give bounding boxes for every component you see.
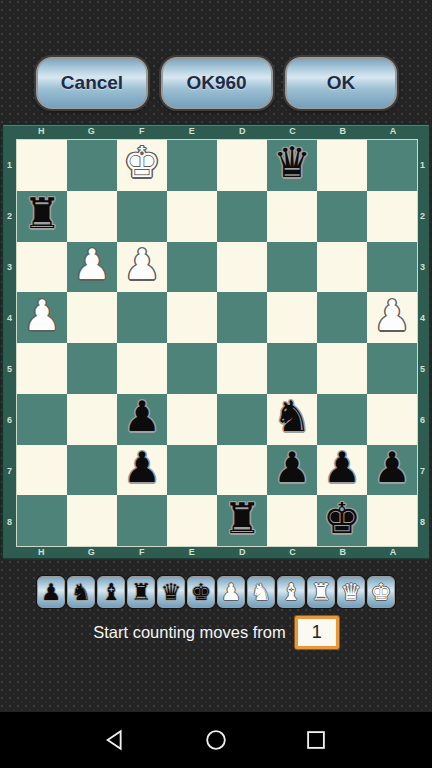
black-bishop-icon: ♝ xyxy=(101,581,122,604)
square-f7[interactable]: ♟ xyxy=(117,445,167,496)
square-c8[interactable] xyxy=(267,495,317,546)
square-e8[interactable] xyxy=(167,495,217,546)
file-label-f: F xyxy=(117,125,167,138)
square-e7[interactable] xyxy=(167,445,217,496)
square-c2[interactable] xyxy=(267,191,317,242)
file-labels-top: HGFEDCBA xyxy=(16,125,418,138)
home-icon[interactable] xyxy=(203,727,229,753)
square-a5[interactable] xyxy=(367,343,417,394)
palette-white-rook-button[interactable]: ♜ xyxy=(307,576,335,608)
rank-label-2: 2 xyxy=(3,190,16,241)
square-e3[interactable] xyxy=(167,242,217,293)
white-pawn-icon: ♟ xyxy=(221,581,242,604)
square-c6[interactable]: ♞ xyxy=(267,394,317,445)
palette-white-bishop-button[interactable]: ♝ xyxy=(277,576,305,608)
square-b2[interactable] xyxy=(317,191,367,242)
piece-white-pawn: ♟ xyxy=(123,244,161,286)
square-g6[interactable] xyxy=(67,394,117,445)
square-c3[interactable] xyxy=(267,242,317,293)
square-e4[interactable] xyxy=(167,292,217,343)
palette-black-bishop-button[interactable]: ♝ xyxy=(97,576,125,608)
palette-white-queen-button[interactable]: ♛ xyxy=(337,576,365,608)
piece-white-pawn: ♟ xyxy=(373,295,411,337)
palette-black-knight-button[interactable]: ♞ xyxy=(67,576,95,608)
square-g5[interactable] xyxy=(67,343,117,394)
square-h1[interactable] xyxy=(17,140,67,191)
file-label-c: C xyxy=(267,125,317,138)
square-b4[interactable] xyxy=(317,292,367,343)
move-counter-label: Start counting moves from xyxy=(93,623,286,642)
piece-black-king: ♚ xyxy=(323,498,361,540)
square-h8[interactable] xyxy=(17,495,67,546)
palette-white-knight-button[interactable]: ♞ xyxy=(247,576,275,608)
square-e1[interactable] xyxy=(167,140,217,191)
file-label-f: F xyxy=(117,546,167,559)
palette-white-pawn-button[interactable]: ♟ xyxy=(217,576,245,608)
square-f6[interactable]: ♟ xyxy=(117,394,167,445)
square-f2[interactable] xyxy=(117,191,167,242)
piece-black-rook: ♜ xyxy=(23,193,61,235)
piece-black-pawn: ♟ xyxy=(123,396,161,438)
palette-black-pawn-button[interactable]: ♟ xyxy=(37,576,65,608)
palette-black-rook-button[interactable]: ♜ xyxy=(127,576,155,608)
square-g3[interactable]: ♟ xyxy=(67,242,117,293)
back-icon[interactable] xyxy=(103,727,129,753)
file-label-c: C xyxy=(267,546,317,559)
square-d1[interactable] xyxy=(217,140,267,191)
square-a4[interactable]: ♟ xyxy=(367,292,417,343)
piece-palette: ♟♞♝♜♛♚♟♞♝♜♛♚ xyxy=(0,576,432,608)
square-g7[interactable] xyxy=(67,445,117,496)
square-g8[interactable] xyxy=(67,495,117,546)
file-label-a: A xyxy=(368,546,418,559)
square-a6[interactable] xyxy=(367,394,417,445)
piece-black-pawn: ♟ xyxy=(323,447,361,489)
palette-white-king-button[interactable]: ♚ xyxy=(367,576,395,608)
square-c5[interactable] xyxy=(267,343,317,394)
rank-label-1: 1 xyxy=(3,139,16,190)
square-b6[interactable] xyxy=(317,394,367,445)
black-knight-icon: ♞ xyxy=(71,581,92,604)
square-a8[interactable] xyxy=(367,495,417,546)
square-b3[interactable] xyxy=(317,242,367,293)
white-queen-icon: ♛ xyxy=(341,581,362,604)
rank-label-3: 3 xyxy=(3,241,16,292)
square-h6[interactable] xyxy=(17,394,67,445)
piece-white-king: ♚ xyxy=(123,142,161,184)
file-label-h: H xyxy=(16,125,66,138)
piece-black-pawn: ♟ xyxy=(123,447,161,489)
file-labels-bottom: HGFEDCBA xyxy=(16,546,418,559)
black-rook-icon: ♜ xyxy=(131,581,152,604)
square-g2[interactable] xyxy=(67,191,117,242)
piece-white-pawn: ♟ xyxy=(73,244,111,286)
square-b1[interactable] xyxy=(317,140,367,191)
square-b8[interactable]: ♚ xyxy=(317,495,367,546)
square-e6[interactable] xyxy=(167,394,217,445)
square-b7[interactable]: ♟ xyxy=(317,445,367,496)
black-king-icon: ♚ xyxy=(191,581,212,604)
file-label-a: A xyxy=(368,125,418,138)
square-h2[interactable]: ♜ xyxy=(17,191,67,242)
cancel-button[interactable]: Cancel xyxy=(36,57,148,109)
move-counter-input[interactable] xyxy=(295,616,339,649)
rank-label-5: 5 xyxy=(3,343,16,394)
square-f5[interactable] xyxy=(117,343,167,394)
black-queen-icon: ♛ xyxy=(161,581,182,604)
piece-black-rook: ♜ xyxy=(223,498,261,540)
square-a3[interactable] xyxy=(367,242,417,293)
board-squares: ♚♛♜♟♟♟♟♟♞♟♟♟♟♜♚ xyxy=(16,139,418,547)
file-label-d: D xyxy=(217,546,267,559)
square-c4[interactable] xyxy=(267,292,317,343)
piece-black-knight: ♞ xyxy=(273,396,311,438)
square-h3[interactable] xyxy=(17,242,67,293)
palette-black-king-button[interactable]: ♚ xyxy=(187,576,215,608)
square-e2[interactable] xyxy=(167,191,217,242)
square-b5[interactable] xyxy=(317,343,367,394)
white-king-icon: ♚ xyxy=(371,581,392,604)
square-f1[interactable]: ♚ xyxy=(117,140,167,191)
square-a2[interactable] xyxy=(367,191,417,242)
rank-labels-left: 12345678 xyxy=(3,139,16,547)
piece-black-queen: ♛ xyxy=(273,142,311,184)
file-label-g: G xyxy=(66,125,116,138)
file-label-e: E xyxy=(167,125,217,138)
square-d5[interactable] xyxy=(217,343,267,394)
piece-black-pawn: ♟ xyxy=(373,447,411,489)
black-pawn-icon: ♟ xyxy=(41,581,62,604)
move-counter-row: Start counting moves from xyxy=(0,614,432,650)
square-d2[interactable] xyxy=(217,191,267,242)
square-c1[interactable]: ♛ xyxy=(267,140,317,191)
white-bishop-icon: ♝ xyxy=(281,581,302,604)
square-d6[interactable] xyxy=(217,394,267,445)
square-h7[interactable] xyxy=(17,445,67,496)
white-knight-icon: ♞ xyxy=(251,581,272,604)
piece-black-pawn: ♟ xyxy=(273,447,311,489)
android-navbar xyxy=(0,712,432,768)
position-editor-screen: Cancel OK960 OK HGFEDCBA HGFEDCBA 123456… xyxy=(0,0,432,768)
rank-label-7: 7 xyxy=(3,445,16,496)
file-label-d: D xyxy=(217,125,267,138)
piece-white-pawn: ♟ xyxy=(23,295,61,337)
rank-label-8: 8 xyxy=(3,496,16,547)
square-f4[interactable] xyxy=(117,292,167,343)
square-d3[interactable] xyxy=(217,242,267,293)
rank-label-6: 6 xyxy=(3,394,16,445)
square-a1[interactable] xyxy=(367,140,417,191)
file-label-b: B xyxy=(318,546,368,559)
square-h5[interactable] xyxy=(17,343,67,394)
square-d4[interactable] xyxy=(217,292,267,343)
white-rook-icon: ♜ xyxy=(311,581,332,604)
square-h4[interactable]: ♟ xyxy=(17,292,67,343)
chess-board: HGFEDCBA HGFEDCBA 12345678 12345678 ♚♛♜♟… xyxy=(2,124,430,560)
square-d8[interactable]: ♜ xyxy=(217,495,267,546)
square-d7[interactable] xyxy=(217,445,267,496)
square-g1[interactable] xyxy=(67,140,117,191)
square-f3[interactable]: ♟ xyxy=(117,242,167,293)
square-a7[interactable]: ♟ xyxy=(367,445,417,496)
toolbar: Cancel OK960 OK xyxy=(36,57,397,109)
file-label-e: E xyxy=(167,546,217,559)
square-c7[interactable]: ♟ xyxy=(267,445,317,496)
square-g4[interactable] xyxy=(67,292,117,343)
ok-button[interactable]: OK xyxy=(285,57,397,109)
file-label-h: H xyxy=(16,546,66,559)
file-label-b: B xyxy=(318,125,368,138)
square-f8[interactable] xyxy=(117,495,167,546)
file-label-g: G xyxy=(66,546,116,559)
square-e5[interactable] xyxy=(167,343,217,394)
ok960-button[interactable]: OK960 xyxy=(161,57,273,109)
palette-black-queen-button[interactable]: ♛ xyxy=(157,576,185,608)
recents-icon[interactable] xyxy=(303,727,329,753)
rank-label-4: 4 xyxy=(3,292,16,343)
